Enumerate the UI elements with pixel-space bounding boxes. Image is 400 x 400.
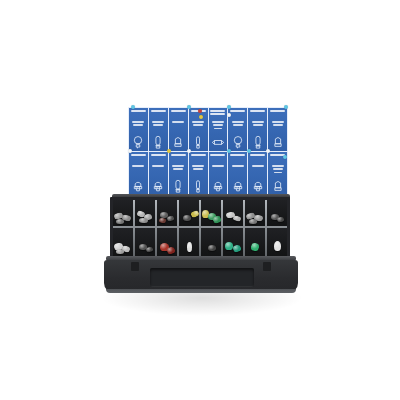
- bulb: [277, 216, 285, 222]
- label-bar: [151, 154, 166, 156]
- label-bar: [131, 110, 146, 112]
- spec-text-bars: [272, 121, 284, 126]
- bulb-festoon-icon: [211, 135, 225, 149]
- yellow-dot: [199, 115, 203, 119]
- bulb: [250, 242, 259, 251]
- bulb: [225, 242, 233, 250]
- compartment-grid: [113, 200, 287, 257]
- cyan-dot: [284, 105, 288, 109]
- label-bar: [250, 110, 265, 112]
- bulb-wedge-icon: [271, 179, 285, 193]
- bulb-wedge-icon: [171, 135, 185, 149]
- bulb-slim-icon: [191, 179, 205, 193]
- handle-recess: [150, 268, 254, 287]
- bulb-bayonet-icon: [231, 179, 245, 193]
- card-cell-r1c7: [248, 108, 267, 151]
- bulb: [159, 218, 167, 224]
- box-base: [104, 260, 298, 293]
- latch-notch-right: [263, 262, 271, 271]
- card-cell-r1c2: [149, 108, 168, 151]
- compartment-r1c4: [179, 200, 199, 226]
- label-bar: [210, 154, 225, 156]
- cyan-dot: [131, 105, 135, 109]
- spec-text-bars: [252, 165, 264, 167]
- label-bar: [151, 110, 166, 112]
- bulb-tubular-icon: [171, 179, 185, 193]
- white-dot: [266, 149, 270, 153]
- card-cell-r1c3: [169, 108, 188, 151]
- label-bar: [230, 110, 245, 112]
- bulb: [274, 241, 281, 251]
- label-bar: [191, 154, 206, 156]
- spec-text-bars: [272, 165, 284, 173]
- label-bar: [230, 154, 245, 156]
- white-dot: [187, 149, 191, 153]
- card-cell-r1c4: [189, 108, 208, 151]
- bulb: [183, 215, 191, 221]
- card-cell-r2c4: [189, 152, 208, 195]
- spec-text-bars: [232, 165, 244, 167]
- bulb-wedge-icon: [271, 135, 285, 149]
- compartment-r2c7: [245, 228, 265, 257]
- compartment-r2c1: [113, 228, 133, 257]
- card-cell-r1c8: [268, 108, 287, 151]
- bulb-reference-card: [128, 107, 288, 196]
- compartment-r2c2: [135, 228, 155, 257]
- cyan-dot: [187, 105, 191, 109]
- bulb: [233, 215, 242, 222]
- bulb-bayonet-icon: [211, 179, 225, 193]
- bulb: [232, 244, 241, 253]
- bulb: [166, 215, 174, 222]
- compartment-r1c5: [201, 200, 221, 226]
- bulb-round-icon: [131, 135, 145, 149]
- bulb: [116, 249, 124, 254]
- card-cell-r1c5: [209, 108, 228, 151]
- card-cell-r1c1: [129, 108, 148, 151]
- label-bar: [210, 113, 225, 115]
- drop-shadow: [100, 290, 304, 316]
- spec-text-bars: [192, 121, 204, 126]
- bulb-round-icon: [231, 135, 245, 149]
- compartment-r2c5: [201, 228, 221, 257]
- card-cell-r2c7: [248, 152, 267, 195]
- bulb: [116, 219, 124, 224]
- cyan-dot: [227, 149, 231, 153]
- compartment-r1c6: [223, 200, 243, 226]
- compartment-r1c8: [267, 200, 287, 226]
- card-cell-r2c5: [209, 152, 228, 195]
- spec-text-bars: [152, 165, 164, 167]
- card-cell-r2c2: [149, 152, 168, 195]
- label-bar: [131, 154, 146, 156]
- spec-text-bars: [152, 121, 164, 126]
- label-bar: [270, 110, 285, 112]
- bulb: [208, 245, 216, 251]
- compartment-r1c7: [245, 200, 265, 226]
- bulb: [139, 218, 148, 224]
- cyan-dot: [227, 105, 231, 109]
- spec-text-bars: [212, 165, 224, 167]
- bulb-bayonet-icon: [131, 179, 145, 193]
- product-photo: [0, 0, 400, 400]
- bulb-tubular-icon: [151, 135, 165, 149]
- spec-text-bars: [172, 121, 184, 123]
- compartment-r1c1: [113, 200, 133, 226]
- bulb: [190, 210, 199, 218]
- spec-text-bars: [252, 121, 264, 126]
- base-bottom-lip: [106, 289, 296, 293]
- bulb-slim-icon: [191, 135, 205, 149]
- compartment-r1c2: [135, 200, 155, 226]
- spec-text-bars: [232, 121, 244, 126]
- yellow-dot: [167, 149, 171, 153]
- white-dot: [128, 149, 132, 153]
- spec-text-bars: [192, 165, 204, 170]
- compartment-r2c3: [157, 228, 177, 257]
- label-bar: [171, 110, 186, 112]
- spec-text-bars: [212, 121, 224, 129]
- latch-notch-left: [131, 262, 139, 271]
- compartment-tray: [110, 197, 290, 258]
- card-cell-r1c6: [228, 108, 247, 151]
- spec-text-bars: [172, 165, 184, 170]
- bulb: [166, 246, 175, 255]
- spec-text-bars: [132, 165, 144, 167]
- bulb: [212, 215, 221, 224]
- label-bar: [171, 154, 186, 156]
- bulb: [249, 219, 257, 224]
- compartment-r1c3: [157, 200, 177, 226]
- red-dot: [198, 109, 202, 113]
- spec-text-bars: [132, 121, 144, 126]
- bulb-tubular-icon: [251, 135, 265, 149]
- compartment-r2c8: [267, 228, 287, 257]
- card-cell-r2c3: [169, 152, 188, 195]
- bulb-bayonet-icon: [151, 179, 165, 193]
- bulb-bayonet-icon: [251, 179, 265, 193]
- cyan-dot: [283, 155, 287, 159]
- card-cell-r2c6: [228, 152, 247, 195]
- label-bar: [250, 154, 265, 156]
- bulb: [146, 246, 154, 252]
- card-grid: [128, 107, 288, 196]
- label-bar: [210, 110, 225, 112]
- compartment-r2c6: [223, 228, 243, 257]
- card-cell-r2c1: [129, 152, 148, 195]
- white-dot: [227, 113, 231, 117]
- bulb: [187, 242, 192, 252]
- compartment-r2c4: [179, 228, 199, 257]
- cyan-dot: [247, 149, 251, 153]
